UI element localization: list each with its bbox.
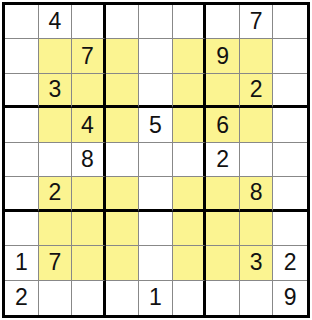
cell-r3c2[interactable]: 3 (39, 74, 73, 108)
cell-r5c5[interactable] (139, 143, 173, 177)
cell-r6c1[interactable] (5, 177, 39, 211)
cell-r4c3[interactable]: 4 (72, 108, 106, 142)
cell-r4c2[interactable] (39, 108, 73, 142)
cell-r6c6[interactable] (173, 177, 207, 211)
cell-r7c7[interactable] (206, 212, 240, 246)
cell-r9c1[interactable]: 2 (5, 281, 39, 315)
cell-r1c3[interactable] (72, 5, 106, 39)
cell-r3c5[interactable] (139, 74, 173, 108)
cell-r5c3[interactable]: 8 (72, 143, 106, 177)
cell-r1c5[interactable] (139, 5, 173, 39)
cell-r7c3[interactable] (72, 212, 106, 246)
cell-r5c7[interactable]: 2 (206, 143, 240, 177)
cell-r8c4[interactable] (106, 246, 140, 280)
cell-r4c8[interactable] (240, 108, 274, 142)
cell-r7c1[interactable] (5, 212, 39, 246)
cell-r8c1[interactable]: 1 (5, 246, 39, 280)
cell-r9c5[interactable]: 1 (139, 281, 173, 315)
cell-r4c1[interactable] (5, 108, 39, 142)
cell-r8c9[interactable]: 2 (273, 246, 307, 280)
cell-r7c4[interactable] (106, 212, 140, 246)
cell-r9c9[interactable]: 9 (273, 281, 307, 315)
cell-r9c4[interactable] (106, 281, 140, 315)
cell-r5c9[interactable] (273, 143, 307, 177)
cell-r1c1[interactable] (5, 5, 39, 39)
cell-r1c6[interactable] (173, 5, 207, 39)
cell-r2c7[interactable]: 9 (206, 39, 240, 73)
cell-r6c7[interactable] (206, 177, 240, 211)
cell-r6c3[interactable] (72, 177, 106, 211)
cell-r7c9[interactable] (273, 212, 307, 246)
cell-r3c6[interactable] (173, 74, 207, 108)
cell-r4c7[interactable]: 6 (206, 108, 240, 142)
cell-r4c4[interactable] (106, 108, 140, 142)
cell-r7c5[interactable] (139, 212, 173, 246)
cell-r9c6[interactable] (173, 281, 207, 315)
cell-r7c8[interactable] (240, 212, 274, 246)
cell-r1c4[interactable] (106, 5, 140, 39)
cell-r9c7[interactable] (206, 281, 240, 315)
cell-r1c8[interactable]: 7 (240, 5, 274, 39)
cell-r5c2[interactable] (39, 143, 73, 177)
cell-r5c6[interactable] (173, 143, 207, 177)
cell-r2c6[interactable] (173, 39, 207, 73)
cell-r8c3[interactable] (72, 246, 106, 280)
cell-r2c3[interactable]: 7 (72, 39, 106, 73)
cell-r8c5[interactable] (139, 246, 173, 280)
cell-r1c9[interactable] (273, 5, 307, 39)
cell-r2c8[interactable] (240, 39, 274, 73)
cell-r6c5[interactable] (139, 177, 173, 211)
cell-r2c5[interactable] (139, 39, 173, 73)
cell-r4c9[interactable] (273, 108, 307, 142)
cell-r8c2[interactable]: 7 (39, 246, 73, 280)
page: 47793245682281732219 (0, 0, 312, 320)
cell-r2c4[interactable] (106, 39, 140, 73)
cell-r9c3[interactable] (72, 281, 106, 315)
cell-r1c2[interactable]: 4 (39, 5, 73, 39)
cell-r9c8[interactable] (240, 281, 274, 315)
cell-r5c8[interactable] (240, 143, 274, 177)
cell-r3c9[interactable] (273, 74, 307, 108)
cell-r5c1[interactable] (5, 143, 39, 177)
cell-r1c7[interactable] (206, 5, 240, 39)
cell-r3c1[interactable] (5, 74, 39, 108)
cell-r6c9[interactable] (273, 177, 307, 211)
cell-r3c4[interactable] (106, 74, 140, 108)
cell-r3c7[interactable] (206, 74, 240, 108)
cell-r7c2[interactable] (39, 212, 73, 246)
cell-r8c7[interactable] (206, 246, 240, 280)
cell-r6c8[interactable]: 8 (240, 177, 274, 211)
cell-r8c6[interactable] (173, 246, 207, 280)
cell-r8c8[interactable]: 3 (240, 246, 274, 280)
cell-r6c4[interactable] (106, 177, 140, 211)
cell-r7c6[interactable] (173, 212, 207, 246)
cell-r2c2[interactable] (39, 39, 73, 73)
cell-r4c6[interactable] (173, 108, 207, 142)
cell-r5c4[interactable] (106, 143, 140, 177)
cell-r3c3[interactable] (72, 74, 106, 108)
sudoku-board: 47793245682281732219 (2, 2, 310, 318)
cell-r4c5[interactable]: 5 (139, 108, 173, 142)
cell-r6c2[interactable]: 2 (39, 177, 73, 211)
cell-r2c9[interactable] (273, 39, 307, 73)
cell-r3c8[interactable]: 2 (240, 74, 274, 108)
cell-r9c2[interactable] (39, 281, 73, 315)
cell-r2c1[interactable] (5, 39, 39, 73)
